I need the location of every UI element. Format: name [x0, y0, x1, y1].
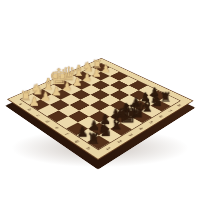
white-pawn-c2: ♟ [82, 72, 92, 83]
white-pawn-d2: ♟ [72, 76, 82, 87]
white-pawn-a2: ♟ [101, 63, 111, 74]
black-rook-h8: ♜ [87, 131, 101, 146]
white-pawn-e2: ♟ [62, 81, 72, 93]
white-pawn-f2: ♟ [51, 86, 62, 98]
white-pawn-h2: ♟ [29, 96, 40, 108]
chess-set-product-photo: ♜♟♟♜♞♟♟♞♝♟♟♝♛♟♟♛♚♟♟♚♝♟♟♝♞♟♟♞♜♟♟♜ abcdefg… [0, 0, 200, 200]
white-pawn-g2: ♟ [40, 91, 51, 103]
white-pawn-b2: ♟ [92, 68, 102, 79]
